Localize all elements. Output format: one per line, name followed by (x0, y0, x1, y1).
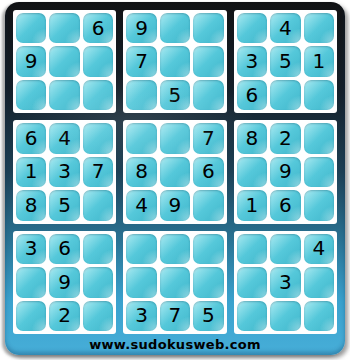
digit: 5 (169, 85, 182, 106)
cell-r6c8[interactable]: 6 (270, 190, 300, 220)
cell-r6c4[interactable]: 4 (126, 190, 156, 220)
cell-r3c6[interactable] (193, 80, 223, 110)
digit: 9 (169, 195, 182, 216)
digit: 9 (58, 272, 71, 293)
cell-r2c3[interactable] (83, 46, 113, 76)
digit: 4 (135, 195, 148, 216)
digit: 3 (135, 305, 148, 326)
digit: 9 (25, 51, 38, 72)
digit: 6 (25, 128, 38, 149)
block-3: 43516 (234, 10, 337, 113)
cell-r5c7[interactable] (237, 157, 267, 187)
digit: 8 (135, 161, 148, 182)
block-9: 43 (234, 231, 337, 334)
cell-r4c2[interactable]: 4 (49, 123, 79, 153)
sudoku-board: 699754351664137857864982916369237543 (13, 10, 337, 334)
digit: 2 (58, 305, 71, 326)
cell-r4c8[interactable]: 2 (270, 123, 300, 153)
cell-r8c9[interactable] (304, 267, 334, 297)
digit: 5 (202, 305, 215, 326)
cell-r7c6[interactable] (193, 234, 223, 264)
block-6: 82916 (234, 120, 337, 223)
cell-r8c4[interactable] (126, 267, 156, 297)
cell-r6c3[interactable] (83, 190, 113, 220)
cell-r4c3[interactable] (83, 123, 113, 153)
digit: 9 (279, 161, 292, 182)
cell-r6c2[interactable]: 5 (49, 190, 79, 220)
sudoku-widget: 699754351664137857864982916369237543 www… (0, 0, 350, 360)
cell-r5c4[interactable]: 8 (126, 157, 156, 187)
block-8: 375 (123, 231, 226, 334)
cell-r5c1[interactable]: 1 (16, 157, 46, 187)
cell-r2c9[interactable]: 1 (304, 46, 334, 76)
cell-r2c7[interactable]: 3 (237, 46, 267, 76)
cell-r8c5[interactable] (160, 267, 190, 297)
cell-r8c3[interactable] (83, 267, 113, 297)
digit: 7 (202, 128, 215, 149)
cell-r9c5[interactable]: 7 (160, 301, 190, 331)
block-1: 69 (13, 10, 116, 113)
digit: 6 (279, 195, 292, 216)
cell-r2c4[interactable]: 7 (126, 46, 156, 76)
cell-r2c8[interactable]: 5 (270, 46, 300, 76)
cell-r4c7[interactable]: 8 (237, 123, 267, 153)
cell-r1c6[interactable] (193, 13, 223, 43)
cell-r7c2[interactable]: 6 (49, 234, 79, 264)
block-5: 78649 (123, 120, 226, 223)
board-frame: 699754351664137857864982916369237543 www… (5, 2, 345, 355)
cell-r9c7[interactable] (237, 301, 267, 331)
cell-r7c4[interactable] (126, 234, 156, 264)
cell-r4c4[interactable] (126, 123, 156, 153)
cell-r7c5[interactable] (160, 234, 190, 264)
digit: 1 (246, 195, 259, 216)
cell-r3c5[interactable]: 5 (160, 80, 190, 110)
cell-r9c4[interactable]: 3 (126, 301, 156, 331)
block-7: 3692 (13, 231, 116, 334)
cell-r5c3[interactable]: 7 (83, 157, 113, 187)
digit: 4 (312, 238, 325, 259)
digit: 5 (279, 51, 292, 72)
cell-r8c8[interactable]: 3 (270, 267, 300, 297)
cell-r9c9[interactable] (304, 301, 334, 331)
digit: 1 (312, 51, 325, 72)
cell-r4c6[interactable]: 7 (193, 123, 223, 153)
digit: 5 (58, 195, 71, 216)
cell-r7c1[interactable]: 3 (16, 234, 46, 264)
cell-r1c7[interactable] (237, 13, 267, 43)
cell-r3c4[interactable] (126, 80, 156, 110)
cell-r2c6[interactable] (193, 46, 223, 76)
website-link[interactable]: www.sudokusweb.com (5, 334, 345, 355)
digit: 7 (135, 51, 148, 72)
cell-r6c9[interactable] (304, 190, 334, 220)
cell-r1c4[interactable]: 9 (126, 13, 156, 43)
cell-r5c2[interactable]: 3 (49, 157, 79, 187)
cell-r6c1[interactable]: 8 (16, 190, 46, 220)
cell-r8c1[interactable] (16, 267, 46, 297)
digit: 6 (202, 161, 215, 182)
cell-r9c3[interactable] (83, 301, 113, 331)
cell-r4c1[interactable]: 6 (16, 123, 46, 153)
cell-r8c6[interactable] (193, 267, 223, 297)
cell-r7c9[interactable]: 4 (304, 234, 334, 264)
cell-r3c9[interactable] (304, 80, 334, 110)
cell-r6c7[interactable]: 1 (237, 190, 267, 220)
digit: 6 (246, 85, 259, 106)
cell-r3c1[interactable] (16, 80, 46, 110)
cell-r2c1[interactable]: 9 (16, 46, 46, 76)
digit: 9 (135, 18, 148, 39)
block-2: 975 (123, 10, 226, 113)
digit: 4 (58, 128, 71, 149)
cell-r7c7[interactable] (237, 234, 267, 264)
cell-r7c8[interactable] (270, 234, 300, 264)
cell-r1c9[interactable] (304, 13, 334, 43)
digit: 3 (246, 51, 259, 72)
cell-r9c6[interactable]: 5 (193, 301, 223, 331)
cell-r1c1[interactable] (16, 13, 46, 43)
cell-r3c3[interactable] (83, 80, 113, 110)
digit: 3 (279, 272, 292, 293)
block-4: 6413785 (13, 120, 116, 223)
cell-r1c8[interactable]: 4 (270, 13, 300, 43)
digit: 3 (25, 238, 38, 259)
digit: 7 (92, 161, 105, 182)
cell-r8c7[interactable] (237, 267, 267, 297)
cell-r2c2[interactable] (49, 46, 79, 76)
cell-r1c5[interactable] (160, 13, 190, 43)
digit: 6 (92, 18, 105, 39)
cell-r5c5[interactable] (160, 157, 190, 187)
cell-r7c3[interactable] (83, 234, 113, 264)
cell-r1c2[interactable] (49, 13, 79, 43)
cell-r8c2[interactable]: 9 (49, 267, 79, 297)
cell-r5c8[interactable]: 9 (270, 157, 300, 187)
digit: 1 (25, 161, 38, 182)
digit: 6 (58, 238, 71, 259)
digit: 4 (279, 18, 292, 39)
digit: 8 (246, 128, 259, 149)
cell-r9c2[interactable]: 2 (49, 301, 79, 331)
cell-r9c1[interactable] (16, 301, 46, 331)
cell-r5c6[interactable]: 6 (193, 157, 223, 187)
cell-r3c7[interactable]: 6 (237, 80, 267, 110)
cell-r6c5[interactable]: 9 (160, 190, 190, 220)
digit: 2 (279, 128, 292, 149)
digit: 7 (169, 305, 182, 326)
cell-r2c5[interactable] (160, 46, 190, 76)
digit: 8 (25, 195, 38, 216)
cell-r6c6[interactable] (193, 190, 223, 220)
cell-r5c9[interactable] (304, 157, 334, 187)
cell-r3c2[interactable] (49, 80, 79, 110)
cell-r9c8[interactable] (270, 301, 300, 331)
cell-r4c9[interactable] (304, 123, 334, 153)
digit: 3 (58, 161, 71, 182)
cell-r4c5[interactable] (160, 123, 190, 153)
cell-r1c3[interactable]: 6 (83, 13, 113, 43)
cell-r3c8[interactable] (270, 80, 300, 110)
